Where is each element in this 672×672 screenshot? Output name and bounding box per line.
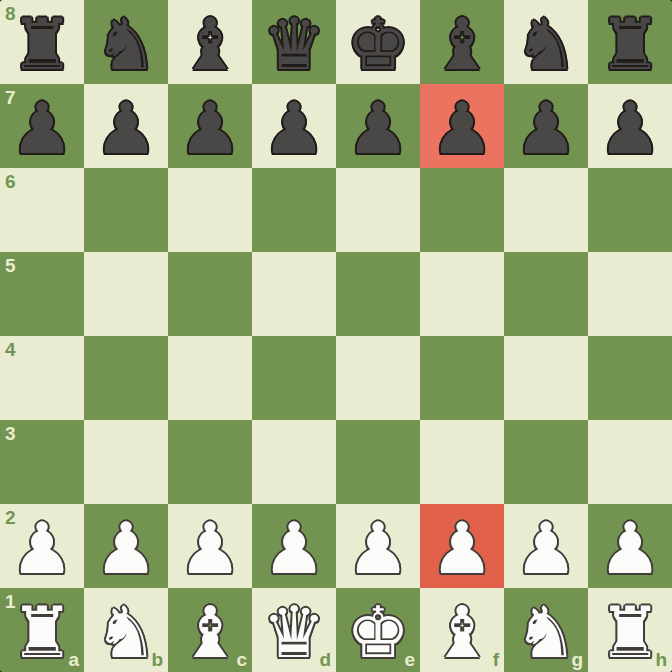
square-h1[interactable]: h♜ [588, 588, 672, 672]
piece-white-king[interactable]: ♚ [346, 597, 410, 668]
square-e8[interactable]: ♚ [336, 0, 420, 84]
square-c6[interactable] [168, 168, 252, 252]
piece-white-pawn[interactable]: ♟ [430, 513, 494, 584]
piece-white-rook[interactable]: ♜ [10, 597, 74, 668]
piece-black-pawn[interactable]: ♟ [514, 93, 578, 164]
square-a4[interactable]: 4 [0, 336, 84, 420]
piece-black-pawn[interactable]: ♟ [94, 93, 158, 164]
square-f6[interactable] [420, 168, 504, 252]
square-b3[interactable] [84, 420, 168, 504]
piece-white-pawn[interactable]: ♟ [94, 513, 158, 584]
piece-white-pawn[interactable]: ♟ [346, 513, 410, 584]
piece-white-knight[interactable]: ♞ [94, 597, 158, 668]
square-f1[interactable]: f♝ [420, 588, 504, 672]
square-d2[interactable]: ♟ [252, 504, 336, 588]
square-e5[interactable] [336, 252, 420, 336]
piece-black-pawn[interactable]: ♟ [346, 93, 410, 164]
square-c5[interactable] [168, 252, 252, 336]
piece-white-bishop[interactable]: ♝ [430, 597, 494, 668]
piece-black-knight[interactable]: ♞ [94, 9, 158, 80]
square-c4[interactable] [168, 336, 252, 420]
square-h6[interactable] [588, 168, 672, 252]
square-e1[interactable]: e♚ [336, 588, 420, 672]
square-b2[interactable]: ♟ [84, 504, 168, 588]
square-e7[interactable]: ♟ [336, 84, 420, 168]
piece-black-knight[interactable]: ♞ [514, 9, 578, 80]
square-d3[interactable] [252, 420, 336, 504]
square-c7[interactable]: ♟ [168, 84, 252, 168]
piece-black-bishop[interactable]: ♝ [430, 9, 494, 80]
rank-label-5: 5 [5, 256, 16, 275]
square-d7[interactable]: ♟ [252, 84, 336, 168]
square-e3[interactable] [336, 420, 420, 504]
square-e6[interactable] [336, 168, 420, 252]
square-d6[interactable] [252, 168, 336, 252]
piece-black-queen[interactable]: ♛ [262, 9, 326, 80]
chess-board: 8♜♞♝♛♚♝♞♜7♟♟♟♟♟♟♟♟65432♟♟♟♟♟♟♟♟1a♜b♞c♝d♛… [0, 0, 672, 672]
square-b8[interactable]: ♞ [84, 0, 168, 84]
piece-white-pawn[interactable]: ♟ [10, 513, 74, 584]
square-b5[interactable] [84, 252, 168, 336]
square-g7[interactable]: ♟ [504, 84, 588, 168]
piece-white-pawn[interactable]: ♟ [262, 513, 326, 584]
rank-label-4: 4 [5, 340, 16, 359]
rank-label-3: 3 [5, 424, 16, 443]
square-h7[interactable]: ♟ [588, 84, 672, 168]
square-g3[interactable] [504, 420, 588, 504]
piece-white-queen[interactable]: ♛ [262, 597, 326, 668]
square-a5[interactable]: 5 [0, 252, 84, 336]
square-f3[interactable] [420, 420, 504, 504]
piece-black-king[interactable]: ♚ [346, 9, 410, 80]
square-f5[interactable] [420, 252, 504, 336]
square-b1[interactable]: b♞ [84, 588, 168, 672]
piece-white-knight[interactable]: ♞ [514, 597, 578, 668]
piece-black-bishop[interactable]: ♝ [178, 9, 242, 80]
piece-black-pawn[interactable]: ♟ [10, 93, 74, 164]
piece-black-pawn[interactable]: ♟ [430, 93, 494, 164]
square-f8[interactable]: ♝ [420, 0, 504, 84]
square-g6[interactable] [504, 168, 588, 252]
square-f2[interactable]: ♟ [420, 504, 504, 588]
square-c3[interactable] [168, 420, 252, 504]
square-h8[interactable]: ♜ [588, 0, 672, 84]
rank-label-6: 6 [5, 172, 16, 191]
square-c8[interactable]: ♝ [168, 0, 252, 84]
square-c2[interactable]: ♟ [168, 504, 252, 588]
square-e4[interactable] [336, 336, 420, 420]
square-a8[interactable]: 8♜ [0, 0, 84, 84]
piece-black-pawn[interactable]: ♟ [598, 93, 662, 164]
square-e2[interactable]: ♟ [336, 504, 420, 588]
square-b4[interactable] [84, 336, 168, 420]
piece-white-bishop[interactable]: ♝ [178, 597, 242, 668]
square-g1[interactable]: g♞ [504, 588, 588, 672]
square-h2[interactable]: ♟ [588, 504, 672, 588]
square-h4[interactable] [588, 336, 672, 420]
square-a7[interactable]: 7♟ [0, 84, 84, 168]
square-d5[interactable] [252, 252, 336, 336]
square-h3[interactable] [588, 420, 672, 504]
square-d8[interactable]: ♛ [252, 0, 336, 84]
square-g5[interactable] [504, 252, 588, 336]
square-a3[interactable]: 3 [0, 420, 84, 504]
piece-white-pawn[interactable]: ♟ [178, 513, 242, 584]
square-g2[interactable]: ♟ [504, 504, 588, 588]
square-d4[interactable] [252, 336, 336, 420]
square-c1[interactable]: c♝ [168, 588, 252, 672]
piece-white-rook[interactable]: ♜ [598, 597, 662, 668]
square-h5[interactable] [588, 252, 672, 336]
square-a1[interactable]: 1a♜ [0, 588, 84, 672]
square-b6[interactable] [84, 168, 168, 252]
square-f4[interactable] [420, 336, 504, 420]
piece-white-pawn[interactable]: ♟ [514, 513, 578, 584]
piece-black-rook[interactable]: ♜ [10, 9, 74, 80]
piece-black-pawn[interactable]: ♟ [178, 93, 242, 164]
piece-black-rook[interactable]: ♜ [598, 9, 662, 80]
piece-white-pawn[interactable]: ♟ [598, 513, 662, 584]
square-a6[interactable]: 6 [0, 168, 84, 252]
square-d1[interactable]: d♛ [252, 588, 336, 672]
square-a2[interactable]: 2♟ [0, 504, 84, 588]
square-f7[interactable]: ♟ [420, 84, 504, 168]
square-g4[interactable] [504, 336, 588, 420]
piece-black-pawn[interactable]: ♟ [262, 93, 326, 164]
square-g8[interactable]: ♞ [504, 0, 588, 84]
square-b7[interactable]: ♟ [84, 84, 168, 168]
